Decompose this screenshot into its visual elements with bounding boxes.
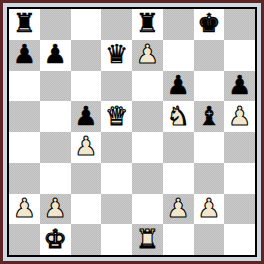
square-d6[interactable] <box>101 71 132 102</box>
white-pawn[interactable]: ♟ <box>74 133 97 159</box>
square-d1[interactable] <box>101 224 132 255</box>
square-g5[interactable]: ♝ <box>194 101 225 132</box>
square-b7[interactable]: ♟ <box>40 40 71 71</box>
square-h8[interactable] <box>224 9 255 40</box>
square-e1[interactable]: ♜ <box>132 224 163 255</box>
square-h1[interactable] <box>224 224 255 255</box>
square-f2[interactable]: ♟ <box>163 194 194 225</box>
board-frame: ♜♜♚♟♟♛♟♟♟♟♛♞♝♟♟♟♟♟♟♚♜ <box>0 0 264 264</box>
square-h7[interactable] <box>224 40 255 71</box>
square-a3[interactable] <box>9 163 40 194</box>
square-g1[interactable] <box>194 224 225 255</box>
square-e3[interactable] <box>132 163 163 194</box>
black-bishop[interactable]: ♝ <box>197 103 220 129</box>
square-e5[interactable] <box>132 101 163 132</box>
square-d4[interactable] <box>101 132 132 163</box>
board-border: ♜♜♚♟♟♛♟♟♟♟♛♞♝♟♟♟♟♟♟♚♜ <box>7 7 257 257</box>
square-g6[interactable] <box>194 71 225 102</box>
square-d3[interactable] <box>101 163 132 194</box>
square-e8[interactable]: ♜ <box>132 9 163 40</box>
board-mat: ♜♜♚♟♟♛♟♟♟♟♛♞♝♟♟♟♟♟♟♚♜ <box>3 3 261 261</box>
square-b6[interactable] <box>40 71 71 102</box>
square-c7[interactable] <box>71 40 102 71</box>
black-rook[interactable]: ♜ <box>13 10 36 36</box>
square-a6[interactable] <box>9 71 40 102</box>
square-f8[interactable] <box>163 9 194 40</box>
square-e4[interactable] <box>132 132 163 163</box>
square-a1[interactable] <box>9 224 40 255</box>
square-b4[interactable] <box>40 132 71 163</box>
white-queen[interactable]: ♛ <box>105 103 128 129</box>
square-b3[interactable] <box>40 163 71 194</box>
black-pawn[interactable]: ♟ <box>74 103 97 129</box>
square-b1[interactable]: ♚ <box>40 224 71 255</box>
square-c8[interactable] <box>71 9 102 40</box>
square-d8[interactable] <box>101 9 132 40</box>
chess-board: ♜♜♚♟♟♛♟♟♟♟♛♞♝♟♟♟♟♟♟♚♜ <box>9 9 255 255</box>
white-pawn[interactable]: ♟ <box>13 195 36 221</box>
square-a5[interactable] <box>9 101 40 132</box>
black-king[interactable]: ♚ <box>197 10 220 36</box>
square-c4[interactable]: ♟ <box>71 132 102 163</box>
white-pawn[interactable]: ♟ <box>166 195 189 221</box>
white-pawn[interactable]: ♟ <box>43 195 66 221</box>
square-h3[interactable] <box>224 163 255 194</box>
black-queen[interactable]: ♛ <box>105 41 128 67</box>
square-e7[interactable]: ♟ <box>132 40 163 71</box>
square-g8[interactable]: ♚ <box>194 9 225 40</box>
square-h4[interactable] <box>224 132 255 163</box>
square-a8[interactable]: ♜ <box>9 9 40 40</box>
square-b5[interactable] <box>40 101 71 132</box>
white-knight[interactable]: ♞ <box>166 103 189 129</box>
white-pawn[interactable]: ♟ <box>197 195 220 221</box>
white-rook[interactable]: ♜ <box>136 226 159 252</box>
square-c3[interactable] <box>71 163 102 194</box>
black-rook[interactable]: ♜ <box>136 10 159 36</box>
square-c5[interactable]: ♟ <box>71 101 102 132</box>
square-d2[interactable] <box>101 194 132 225</box>
square-f4[interactable] <box>163 132 194 163</box>
square-f3[interactable] <box>163 163 194 194</box>
square-f1[interactable] <box>163 224 194 255</box>
square-g4[interactable] <box>194 132 225 163</box>
square-d5[interactable]: ♛ <box>101 101 132 132</box>
black-pawn[interactable]: ♟ <box>13 41 36 67</box>
black-pawn[interactable]: ♟ <box>166 72 189 98</box>
square-a4[interactable] <box>9 132 40 163</box>
square-d7[interactable]: ♛ <box>101 40 132 71</box>
square-g3[interactable] <box>194 163 225 194</box>
square-a2[interactable]: ♟ <box>9 194 40 225</box>
black-pawn[interactable]: ♟ <box>43 41 66 67</box>
square-h2[interactable] <box>224 194 255 225</box>
square-a7[interactable]: ♟ <box>9 40 40 71</box>
square-h6[interactable]: ♟ <box>224 71 255 102</box>
square-c1[interactable] <box>71 224 102 255</box>
square-g7[interactable] <box>194 40 225 71</box>
square-e6[interactable] <box>132 71 163 102</box>
square-b2[interactable]: ♟ <box>40 194 71 225</box>
black-pawn[interactable]: ♟ <box>228 72 251 98</box>
square-e2[interactable] <box>132 194 163 225</box>
square-f6[interactable]: ♟ <box>163 71 194 102</box>
square-g2[interactable]: ♟ <box>194 194 225 225</box>
square-h5[interactable]: ♟ <box>224 101 255 132</box>
square-b8[interactable] <box>40 9 71 40</box>
square-f5[interactable]: ♞ <box>163 101 194 132</box>
white-pawn[interactable]: ♟ <box>228 103 251 129</box>
white-king[interactable]: ♚ <box>43 226 66 252</box>
square-f7[interactable] <box>163 40 194 71</box>
white-pawn[interactable]: ♟ <box>136 41 159 67</box>
square-c6[interactable] <box>71 71 102 102</box>
square-c2[interactable] <box>71 194 102 225</box>
